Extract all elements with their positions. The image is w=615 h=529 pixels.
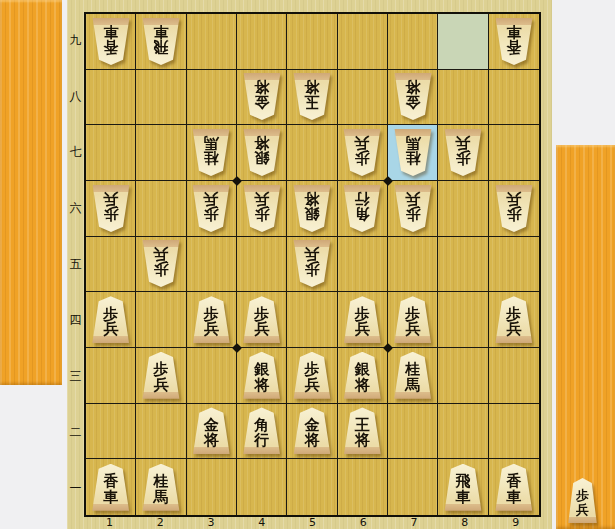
piece-銀将-sente[interactable]: 銀将 [292, 185, 332, 232]
piece-金将-gote[interactable]: 金将 [191, 407, 231, 454]
file-label: 8 [439, 516, 490, 529]
board-grid: 香車飛車香車金将玉将金将桂馬銀将歩兵桂馬歩兵歩兵歩兵歩兵銀将角行歩兵歩兵歩兵歩兵… [84, 12, 541, 517]
square-8一[interactable]: 飛車 [438, 459, 488, 515]
square-9四[interactable]: 歩兵 [489, 292, 539, 348]
piece-歩兵-gote[interactable]: 歩兵 [393, 296, 433, 343]
piece-歩兵-sente[interactable]: 歩兵 [141, 240, 181, 287]
square-3九[interactable] [187, 14, 237, 70]
piece-銀将-gote[interactable]: 銀将 [342, 352, 382, 399]
square-4一[interactable] [237, 459, 287, 515]
file-label: 5 [287, 516, 338, 529]
square-9三[interactable] [489, 348, 539, 404]
rank-label: 二 [67, 405, 84, 461]
file-label: 4 [236, 516, 287, 529]
square-1五[interactable] [86, 237, 136, 293]
square-1四[interactable]: 歩兵 [86, 292, 136, 348]
square-3二[interactable]: 金将 [187, 404, 237, 460]
square-2四[interactable] [136, 292, 186, 348]
square-4六[interactable]: 歩兵 [237, 181, 287, 237]
square-5二[interactable]: 金将 [287, 404, 337, 460]
square-3八[interactable] [187, 70, 237, 126]
file-label: 6 [338, 516, 389, 529]
piece-角行-sente[interactable]: 角行 [342, 185, 382, 232]
piece-歩兵-sente[interactable]: 歩兵 [494, 185, 534, 232]
file-label: 7 [389, 516, 440, 529]
shogi-app: 九八七六五四三二一 123456789 香車飛車香車金将玉将金将桂馬銀将歩兵桂馬… [0, 0, 615, 529]
piece-桂馬-sente[interactable]: 桂馬 [191, 129, 231, 176]
square-5一[interactable] [287, 459, 337, 515]
piece-香車-sente[interactable]: 香車 [494, 18, 534, 65]
square-9一[interactable]: 香車 [489, 459, 539, 515]
piece-桂馬-sente[interactable]: 桂馬 [393, 129, 433, 176]
piece-歩兵-sente[interactable]: 歩兵 [342, 129, 382, 176]
piece-金将-gote[interactable]: 金将 [292, 407, 332, 454]
square-9八[interactable] [489, 70, 539, 126]
square-9二[interactable] [489, 404, 539, 460]
piece-桂馬-gote[interactable]: 桂馬 [141, 464, 181, 511]
square-2九[interactable]: 飛車 [136, 14, 186, 70]
square-6六[interactable]: 角行 [338, 181, 388, 237]
square-5六[interactable]: 銀将 [287, 181, 337, 237]
square-2一[interactable]: 桂馬 [136, 459, 186, 515]
komadai-gote [556, 145, 615, 529]
file-label: 1 [84, 516, 135, 529]
piece-歩兵-gote[interactable]: 歩兵 [494, 296, 534, 343]
square-8五[interactable] [438, 237, 488, 293]
square-5四[interactable] [287, 292, 337, 348]
square-3四[interactable]: 歩兵 [187, 292, 237, 348]
square-7二[interactable] [388, 404, 438, 460]
piece-金将-sente[interactable]: 金将 [242, 73, 282, 120]
square-4七[interactable]: 銀将 [237, 125, 287, 181]
square-8四[interactable] [438, 292, 488, 348]
piece-銀将-sente[interactable]: 銀将 [242, 129, 282, 176]
square-5五[interactable]: 歩兵 [287, 237, 337, 293]
square-8九[interactable] [438, 14, 488, 70]
square-2七[interactable] [136, 125, 186, 181]
square-7五[interactable] [388, 237, 438, 293]
square-4九[interactable] [237, 14, 287, 70]
rank-label: 四 [67, 293, 84, 349]
piece-歩兵-sente[interactable]: 歩兵 [191, 185, 231, 232]
square-4八[interactable]: 金将 [237, 70, 287, 126]
square-6九[interactable] [338, 14, 388, 70]
square-5七[interactable] [287, 125, 337, 181]
rank-label: 七 [67, 124, 84, 180]
square-6三[interactable]: 銀将 [338, 348, 388, 404]
square-1二[interactable] [86, 404, 136, 460]
square-7九[interactable] [388, 14, 438, 70]
square-3一[interactable] [187, 459, 237, 515]
square-6八[interactable] [338, 70, 388, 126]
square-9六[interactable]: 歩兵 [489, 181, 539, 237]
rank-label: 三 [67, 349, 84, 405]
piece-香車-sente[interactable]: 香車 [91, 18, 131, 65]
komadai-sente [0, 0, 62, 385]
piece-歩兵-gote[interactable]: 歩兵 [141, 352, 181, 399]
piece-歩兵-gote[interactable]: 歩兵 [567, 478, 598, 523]
piece-香車-gote[interactable]: 香車 [91, 464, 131, 511]
piece-歩兵-gote[interactable]: 歩兵 [242, 296, 282, 343]
piece-王将-gote[interactable]: 王将 [342, 407, 382, 454]
square-2五[interactable]: 歩兵 [136, 237, 186, 293]
square-3七[interactable]: 桂馬 [187, 125, 237, 181]
square-1一[interactable]: 香車 [86, 459, 136, 515]
square-4二[interactable]: 角行 [237, 404, 287, 460]
square-7一[interactable] [388, 459, 438, 515]
square-6五[interactable] [338, 237, 388, 293]
square-7六[interactable]: 歩兵 [388, 181, 438, 237]
rank-label: 一 [67, 461, 84, 517]
square-7三[interactable]: 桂馬 [388, 348, 438, 404]
piece-歩兵-sente[interactable]: 歩兵 [91, 185, 131, 232]
square-9九[interactable]: 香車 [489, 14, 539, 70]
piece-歩兵-gote[interactable]: 歩兵 [91, 296, 131, 343]
rank-label: 五 [67, 236, 84, 292]
file-label: 2 [135, 516, 186, 529]
square-7四[interactable]: 歩兵 [388, 292, 438, 348]
piece-玉将-sente[interactable]: 玉将 [292, 73, 332, 120]
piece-歩兵-gote[interactable]: 歩兵 [292, 352, 332, 399]
piece-銀将-gote[interactable]: 銀将 [242, 352, 282, 399]
square-7七[interactable]: 桂馬 [388, 125, 438, 181]
piece-角行-gote[interactable]: 角行 [242, 407, 282, 454]
square-2二[interactable] [136, 404, 186, 460]
square-6四[interactable]: 歩兵 [338, 292, 388, 348]
square-4四[interactable]: 歩兵 [237, 292, 287, 348]
square-7八[interactable]: 金将 [388, 70, 438, 126]
piece-歩兵-sente[interactable]: 歩兵 [443, 129, 483, 176]
square-4五[interactable] [237, 237, 287, 293]
piece-歩兵-sente[interactable]: 歩兵 [393, 185, 433, 232]
hand-piece-slot: 歩兵 [567, 478, 598, 523]
square-8七[interactable]: 歩兵 [438, 125, 488, 181]
square-1八[interactable] [86, 70, 136, 126]
piece-歩兵-sente[interactable]: 歩兵 [292, 240, 332, 287]
square-2六[interactable] [136, 181, 186, 237]
square-1七[interactable] [86, 125, 136, 181]
square-1三[interactable] [86, 348, 136, 404]
rank-label: 九 [67, 12, 84, 68]
square-9七[interactable] [489, 125, 539, 181]
piece-歩兵-sente[interactable]: 歩兵 [242, 185, 282, 232]
square-8六[interactable] [438, 181, 488, 237]
square-8二[interactable] [438, 404, 488, 460]
piece-歩兵-gote[interactable]: 歩兵 [191, 296, 231, 343]
square-5九[interactable] [287, 14, 337, 70]
piece-歩兵-gote[interactable]: 歩兵 [342, 296, 382, 343]
file-labels: 123456789 [84, 516, 541, 529]
square-8三[interactable] [438, 348, 488, 404]
square-9五[interactable] [489, 237, 539, 293]
square-8八[interactable] [438, 70, 488, 126]
square-5三[interactable]: 歩兵 [287, 348, 337, 404]
square-6一[interactable] [338, 459, 388, 515]
square-2八[interactable] [136, 70, 186, 126]
file-label: 9 [490, 516, 541, 529]
piece-金将-sente[interactable]: 金将 [393, 73, 433, 120]
rank-label: 八 [67, 68, 84, 124]
square-4三[interactable]: 銀将 [237, 348, 287, 404]
file-label: 3 [186, 516, 237, 529]
piece-飛車-gote[interactable]: 飛車 [443, 464, 483, 511]
shogi-board: 九八七六五四三二一 123456789 香車飛車香車金将玉将金将桂馬銀将歩兵桂馬… [67, 0, 552, 529]
square-1六[interactable]: 歩兵 [86, 181, 136, 237]
piece-香車-gote[interactable]: 香車 [494, 464, 534, 511]
square-6七[interactable]: 歩兵 [338, 125, 388, 181]
square-3三[interactable] [187, 348, 237, 404]
square-1九[interactable]: 香車 [86, 14, 136, 70]
square-3六[interactable]: 歩兵 [187, 181, 237, 237]
square-2三[interactable]: 歩兵 [136, 348, 186, 404]
square-3五[interactable] [187, 237, 237, 293]
piece-飛車-sente[interactable]: 飛車 [141, 18, 181, 65]
rank-labels: 九八七六五四三二一 [67, 12, 84, 517]
piece-桂馬-gote[interactable]: 桂馬 [393, 352, 433, 399]
square-6二[interactable]: 王将 [338, 404, 388, 460]
square-5八[interactable]: 玉将 [287, 70, 337, 126]
rank-label: 六 [67, 180, 84, 236]
